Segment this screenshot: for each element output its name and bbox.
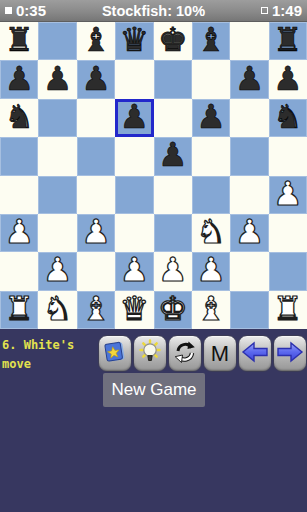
move-indicator-line2: move — [2, 355, 74, 374]
square-f4[interactable] — [192, 176, 230, 214]
bottom-panel: 6. White's move — [0, 330, 307, 512]
menu-m-button[interactable]: M — [203, 335, 237, 372]
new-game-tooltip: New Game — [103, 373, 205, 407]
square-h6[interactable]: ♞ — [269, 99, 307, 137]
white-pawn: ♟ — [120, 251, 150, 289]
square-e2[interactable]: ♟ — [154, 252, 192, 290]
square-h8[interactable]: ♜ — [269, 22, 307, 60]
black-pawn: ♟ — [273, 60, 303, 98]
white-knight: ♞ — [196, 213, 226, 251]
white-clock: 0:35 — [5, 2, 46, 19]
square-c6[interactable] — [77, 99, 115, 137]
white-pawn: ♟ — [81, 213, 111, 251]
square-a6[interactable]: ♞ — [0, 99, 38, 137]
square-f3[interactable]: ♞ — [192, 214, 230, 252]
square-b4[interactable] — [38, 176, 76, 214]
square-c3[interactable]: ♟ — [77, 214, 115, 252]
m-button-label: M — [211, 341, 229, 367]
square-f8[interactable]: ♝ — [192, 22, 230, 60]
move-indicator: 6. White's move — [2, 336, 74, 374]
black-clock-time: 1:49 — [272, 2, 302, 19]
chess-board[interactable]: ♜♝♛♚♝♜♟♟♟♟♟♞♟♟♞♟♟♟♟♞♟♟♟♟♟♜♞♝♛♚♝♜ — [0, 22, 307, 329]
white-clock-time: 0:35 — [16, 2, 46, 19]
square-c8[interactable]: ♝ — [77, 22, 115, 60]
white-pawn: ♟ — [235, 213, 265, 251]
square-d4[interactable] — [115, 176, 153, 214]
square-f5[interactable] — [192, 137, 230, 175]
black-bishop: ♝ — [81, 21, 111, 59]
square-b3[interactable] — [38, 214, 76, 252]
black-pawn: ♟ — [4, 60, 34, 98]
square-d1[interactable]: ♛ — [115, 291, 153, 329]
black-pawn: ♟ — [235, 60, 265, 98]
square-d6[interactable]: ♟ — [115, 99, 153, 137]
black-queen: ♛ — [120, 21, 150, 59]
book-star-icon — [102, 339, 128, 368]
square-a1[interactable]: ♜ — [0, 291, 38, 329]
black-knight: ♞ — [273, 98, 303, 136]
black-pawn: ♟ — [196, 98, 226, 136]
square-d5[interactable] — [115, 137, 153, 175]
square-h1[interactable]: ♜ — [269, 291, 307, 329]
square-g8[interactable] — [230, 22, 268, 60]
white-pawn: ♟ — [43, 251, 73, 289]
square-a7[interactable]: ♟ — [0, 60, 38, 98]
arrow-right-icon — [276, 341, 304, 366]
square-e7[interactable] — [154, 60, 192, 98]
square-b5[interactable] — [38, 137, 76, 175]
black-knight: ♞ — [4, 98, 34, 136]
black-bishop: ♝ — [196, 21, 226, 59]
black-pawn: ♟ — [120, 98, 150, 136]
white-rook: ♜ — [4, 290, 34, 328]
rotate-button[interactable] — [168, 335, 202, 372]
square-h3[interactable] — [269, 214, 307, 252]
square-f6[interactable]: ♟ — [192, 99, 230, 137]
white-bishop: ♝ — [196, 290, 226, 328]
white-player-icon — [5, 7, 12, 14]
black-pawn: ♟ — [81, 60, 111, 98]
square-g4[interactable] — [230, 176, 268, 214]
square-c2[interactable] — [77, 252, 115, 290]
next-move-button[interactable] — [273, 335, 307, 372]
black-king: ♚ — [158, 21, 188, 59]
rotate-icon — [172, 339, 198, 368]
hint-button[interactable] — [133, 335, 167, 372]
new-game-button[interactable] — [98, 335, 132, 372]
white-bishop: ♝ — [81, 290, 111, 328]
square-b6[interactable] — [38, 99, 76, 137]
arrow-left-icon — [241, 341, 269, 366]
square-d3[interactable] — [115, 214, 153, 252]
square-a8[interactable]: ♜ — [0, 22, 38, 60]
white-pawn: ♟ — [273, 175, 303, 213]
move-indicator-line1: 6. White's — [2, 336, 74, 355]
black-player-icon — [261, 7, 268, 14]
white-pawn: ♟ — [196, 251, 226, 289]
square-a3[interactable]: ♟ — [0, 214, 38, 252]
black-clock: 1:49 — [261, 2, 302, 19]
square-g5[interactable] — [230, 137, 268, 175]
app-screen: 0:35 Stockfish: 10% 1:49 ♜♝♛♚♝♜♟♟♟♟♟♞♟♟♞… — [0, 0, 307, 512]
black-pawn: ♟ — [158, 136, 188, 174]
square-b8[interactable] — [38, 22, 76, 60]
square-c1[interactable]: ♝ — [77, 291, 115, 329]
square-f7[interactable] — [192, 60, 230, 98]
square-c4[interactable] — [77, 176, 115, 214]
white-queen: ♛ — [120, 290, 150, 328]
square-b7[interactable]: ♟ — [38, 60, 76, 98]
square-g7[interactable]: ♟ — [230, 60, 268, 98]
previous-move-button[interactable] — [238, 335, 272, 372]
square-g6[interactable] — [230, 99, 268, 137]
black-pawn: ♟ — [43, 60, 73, 98]
square-a5[interactable] — [0, 137, 38, 175]
lightbulb-icon — [137, 339, 163, 368]
black-rook: ♜ — [4, 21, 34, 59]
square-g2[interactable] — [230, 252, 268, 290]
square-c7[interactable]: ♟ — [77, 60, 115, 98]
square-e3[interactable] — [154, 214, 192, 252]
square-e1[interactable]: ♚ — [154, 291, 192, 329]
square-h4[interactable]: ♟ — [269, 176, 307, 214]
black-rook: ♜ — [273, 21, 303, 59]
white-knight: ♞ — [43, 290, 73, 328]
square-f1[interactable]: ♝ — [192, 291, 230, 329]
square-a2[interactable] — [0, 252, 38, 290]
square-g1[interactable] — [230, 291, 268, 329]
square-d2[interactable]: ♟ — [115, 252, 153, 290]
white-pawn: ♟ — [4, 213, 34, 251]
square-h5[interactable] — [269, 137, 307, 175]
square-e4[interactable] — [154, 176, 192, 214]
white-king: ♚ — [158, 290, 188, 328]
square-h7[interactable]: ♟ — [269, 60, 307, 98]
square-b1[interactable]: ♞ — [38, 291, 76, 329]
toolbar: M — [98, 335, 307, 372]
square-e6[interactable] — [154, 99, 192, 137]
square-d8[interactable]: ♛ — [115, 22, 153, 60]
square-b2[interactable]: ♟ — [38, 252, 76, 290]
square-a4[interactable] — [0, 176, 38, 214]
square-e5[interactable]: ♟ — [154, 137, 192, 175]
white-rook: ♜ — [273, 290, 303, 328]
square-c5[interactable] — [77, 137, 115, 175]
status-bar: 0:35 Stockfish: 10% 1:49 — [0, 0, 307, 22]
white-pawn: ♟ — [158, 251, 188, 289]
square-f2[interactable]: ♟ — [192, 252, 230, 290]
square-h2[interactable] — [269, 252, 307, 290]
square-d7[interactable] — [115, 60, 153, 98]
square-e8[interactable]: ♚ — [154, 22, 192, 60]
square-g3[interactable]: ♟ — [230, 214, 268, 252]
